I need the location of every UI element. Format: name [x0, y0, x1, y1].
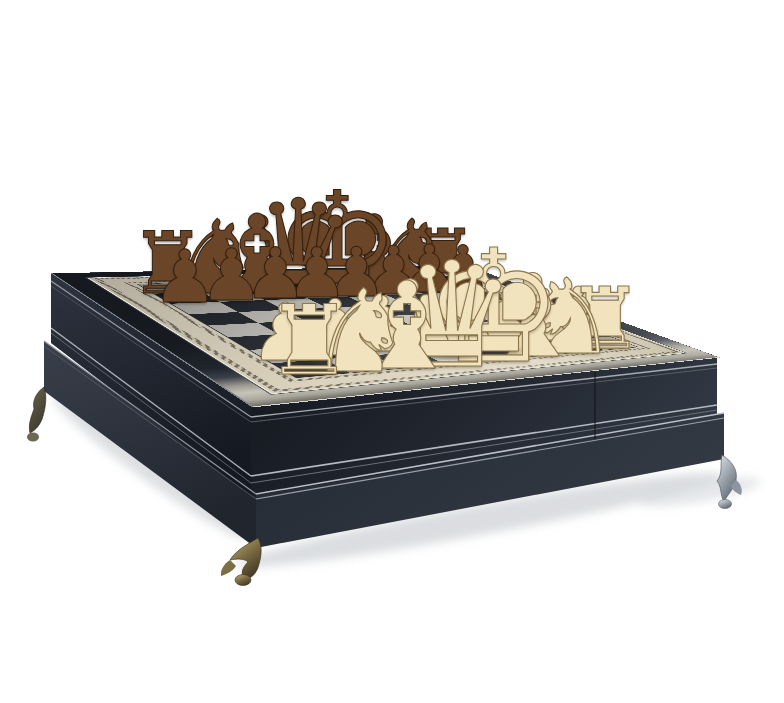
product-photo-scene: ♜♞♝♛♚♝♞♜♟♟♟♟♟♟♟♟♟♟♟♟♟♟♟♟♜♞♝♛♚♝♞♜	[0, 0, 784, 703]
left-claw-foot-icon	[27, 387, 46, 442]
